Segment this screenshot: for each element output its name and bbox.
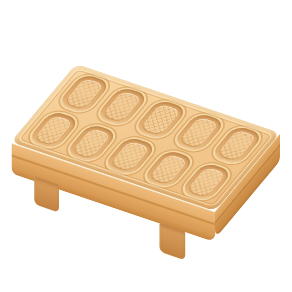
pit-pad (64, 78, 105, 109)
product-photo-scene (0, 0, 292, 292)
board-foot-left (34, 176, 59, 212)
pit-pad (178, 116, 219, 147)
pit-pad (33, 114, 74, 145)
pit-pad (110, 140, 151, 171)
pit-pad (148, 153, 189, 184)
pit-pad (102, 91, 143, 122)
pit-pad (186, 166, 227, 197)
pit-pad (71, 127, 112, 158)
pit-pad (216, 129, 257, 160)
pit-pad (140, 103, 181, 134)
board-foot-right (160, 223, 186, 261)
mancala-board (0, 0, 292, 292)
